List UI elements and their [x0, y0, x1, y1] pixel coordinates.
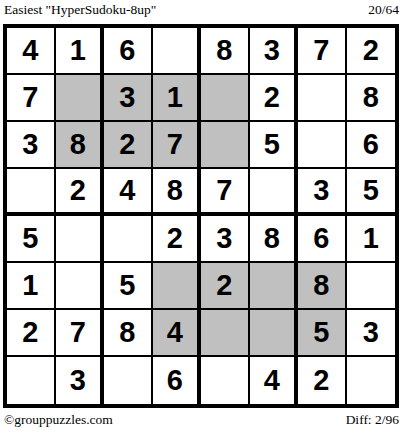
- cell-r5c7: 6: [298, 216, 347, 263]
- cell-r1c3: 6: [104, 28, 153, 75]
- cell-r6c6-hyper[interactable]: [250, 263, 299, 310]
- cell-r3c8: 6: [347, 122, 396, 169]
- page-title: Easiest "HyperSudoku-8up": [4, 2, 156, 18]
- cell-r8c7: 2: [298, 357, 347, 404]
- cell-r8c6: 4: [250, 357, 299, 404]
- cell-r3c7[interactable]: [298, 122, 347, 169]
- footer: ©grouppuzzles.com Diff: 2/96: [0, 408, 403, 437]
- cell-r4c5: 7: [201, 169, 250, 216]
- cell-r1c4[interactable]: [153, 28, 202, 75]
- puzzle-counter: 20/64: [368, 2, 399, 18]
- cell-r3c2-hyper: 8: [56, 122, 105, 169]
- cell-r4c8: 5: [347, 169, 396, 216]
- cell-r5c5: 3: [201, 216, 250, 263]
- cell-r5c3[interactable]: [104, 216, 153, 263]
- cell-r3c5-hyper[interactable]: [201, 122, 250, 169]
- cell-r5c2[interactable]: [56, 216, 105, 263]
- cell-r1c7: 7: [298, 28, 347, 75]
- cell-r4c6[interactable]: [250, 169, 299, 216]
- cell-r1c8: 2: [347, 28, 396, 75]
- cell-r1c1: 4: [7, 28, 56, 75]
- cell-r6c8[interactable]: [347, 263, 396, 310]
- copyright-credit: ©grouppuzzles.com: [4, 412, 113, 428]
- cell-r8c4: 6: [153, 357, 202, 404]
- header: Easiest "HyperSudoku-8up" 20/64: [0, 0, 403, 22]
- cell-r2c4-hyper: 1: [153, 75, 202, 122]
- cell-r8c5[interactable]: [201, 357, 250, 404]
- cell-r2c2-hyper[interactable]: [56, 75, 105, 122]
- cell-r8c3[interactable]: [104, 357, 153, 404]
- cell-r6c1: 1: [7, 263, 56, 310]
- cell-r6c4-hyper[interactable]: [153, 263, 202, 310]
- cell-r7c8: 3: [347, 310, 396, 357]
- cell-r4c3: 4: [104, 169, 153, 216]
- cell-r1c5: 8: [201, 28, 250, 75]
- difficulty-label: Diff: 2/96: [346, 412, 399, 428]
- cell-r4c2: 2: [56, 169, 105, 216]
- cell-r5c4: 2: [153, 216, 202, 263]
- cell-r8c1[interactable]: [7, 357, 56, 404]
- cell-r7c6-hyper[interactable]: [250, 310, 299, 357]
- cell-r6c2[interactable]: [56, 263, 105, 310]
- cell-r3c4-hyper: 7: [153, 122, 202, 169]
- cell-r3c6: 5: [250, 122, 299, 169]
- cell-r7c4-hyper: 4: [153, 310, 202, 357]
- cell-r2c7[interactable]: [298, 75, 347, 122]
- cell-r3c3-hyper: 2: [104, 122, 153, 169]
- sudoku-board: 4168372731283827562487355238611528278453…: [3, 24, 399, 408]
- cell-r2c6: 2: [250, 75, 299, 122]
- cell-r2c1: 7: [7, 75, 56, 122]
- cell-r8c2: 3: [56, 357, 105, 404]
- cell-r4c7: 3: [298, 169, 347, 216]
- cell-r5c1: 5: [7, 216, 56, 263]
- cell-r7c3: 8: [104, 310, 153, 357]
- cell-r2c5-hyper[interactable]: [201, 75, 250, 122]
- cell-r7c2: 7: [56, 310, 105, 357]
- cell-r2c3-hyper: 3: [104, 75, 153, 122]
- cell-r5c8: 1: [347, 216, 396, 263]
- cell-r4c1[interactable]: [7, 169, 56, 216]
- cell-r3c1: 3: [7, 122, 56, 169]
- cell-r4c4: 8: [153, 169, 202, 216]
- cell-r8c8[interactable]: [347, 357, 396, 404]
- cell-r7c5-hyper[interactable]: [201, 310, 250, 357]
- cell-r1c6: 3: [250, 28, 299, 75]
- cell-r6c3: 5: [104, 263, 153, 310]
- cell-r1c2: 1: [56, 28, 105, 75]
- cell-r7c1: 2: [7, 310, 56, 357]
- cell-r7c7-hyper: 5: [298, 310, 347, 357]
- cell-r2c8: 8: [347, 75, 396, 122]
- cell-r6c7-hyper: 8: [298, 263, 347, 310]
- puzzle-page: Easiest "HyperSudoku-8up" 20/64 41683727…: [0, 0, 403, 437]
- cell-r5c6: 8: [250, 216, 299, 263]
- cell-r6c5-hyper: 2: [201, 263, 250, 310]
